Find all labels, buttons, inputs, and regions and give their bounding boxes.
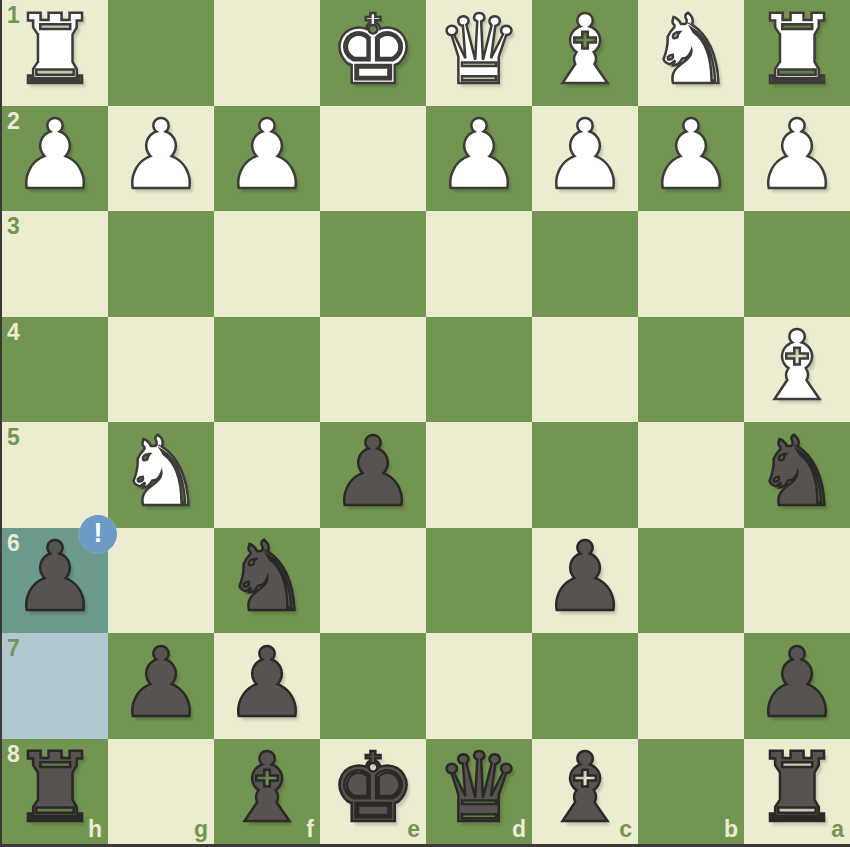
file-label-g: g <box>194 818 208 841</box>
piece-white-knight[interactable]: ♞ <box>638 0 744 103</box>
square-c8[interactable]: c♝ <box>532 739 638 845</box>
piece-white-bishop[interactable]: ♝ <box>744 314 850 420</box>
square-f1[interactable] <box>214 0 320 106</box>
square-d5[interactable] <box>426 422 532 528</box>
rank-label-4: 4 <box>7 321 20 344</box>
square-e1[interactable]: ♚ <box>320 0 426 106</box>
square-a3[interactable] <box>744 211 850 317</box>
square-e7[interactable] <box>320 633 426 739</box>
square-e5[interactable]: ♟ <box>320 422 426 528</box>
exclamation-icon: ! <box>94 520 103 547</box>
square-c1[interactable]: ♝ <box>532 0 638 106</box>
piece-black-pawn[interactable]: ♟ <box>320 419 426 525</box>
piece-black-knight[interactable]: ♞ <box>744 419 850 525</box>
square-h3[interactable]: 3 <box>2 211 108 317</box>
square-f4[interactable] <box>214 317 320 423</box>
square-d3[interactable] <box>426 211 532 317</box>
square-b5[interactable] <box>638 422 744 528</box>
square-g3[interactable] <box>108 211 214 317</box>
rank-label-3: 3 <box>7 215 20 238</box>
square-h1[interactable]: 1♜ <box>2 0 108 106</box>
square-g8[interactable]: g <box>108 739 214 845</box>
square-a6[interactable] <box>744 528 850 634</box>
square-a4[interactable]: ♝ <box>744 317 850 423</box>
square-h8[interactable]: 8h♜ <box>2 739 108 845</box>
square-a7[interactable]: ♟ <box>744 633 850 739</box>
piece-black-pawn[interactable]: ♟ <box>744 630 850 736</box>
square-a1[interactable]: ♜ <box>744 0 850 106</box>
piece-white-pawn[interactable]: ♟ <box>2 103 108 209</box>
square-c2[interactable]: ♟ <box>532 106 638 212</box>
square-b2[interactable]: ♟ <box>638 106 744 212</box>
square-e8[interactable]: e♚ <box>320 739 426 845</box>
piece-black-pawn[interactable]: ♟ <box>108 630 214 736</box>
piece-white-rook[interactable]: ♜ <box>2 0 108 103</box>
piece-white-queen[interactable]: ♛ <box>426 0 532 103</box>
piece-black-queen[interactable]: ♛ <box>426 736 532 842</box>
square-d6[interactable] <box>426 528 532 634</box>
piece-white-rook[interactable]: ♜ <box>744 0 850 103</box>
piece-white-bishop[interactable]: ♝ <box>532 0 638 103</box>
square-b1[interactable]: ♞ <box>638 0 744 106</box>
rank-label-7: 7 <box>7 637 20 660</box>
piece-white-pawn[interactable]: ♟ <box>108 103 214 209</box>
square-h2[interactable]: 2♟ <box>2 106 108 212</box>
square-e4[interactable] <box>320 317 426 423</box>
square-f7[interactable]: ♟ <box>214 633 320 739</box>
square-g6[interactable] <box>108 528 214 634</box>
piece-black-pawn[interactable]: ♟ <box>214 630 320 736</box>
great-move-badge: ! <box>79 515 117 553</box>
piece-black-king[interactable]: ♚ <box>320 736 426 842</box>
file-label-b: b <box>724 818 738 841</box>
piece-black-rook[interactable]: ♜ <box>744 736 850 842</box>
square-e6[interactable] <box>320 528 426 634</box>
square-c5[interactable] <box>532 422 638 528</box>
square-a5[interactable]: ♞ <box>744 422 850 528</box>
piece-white-pawn[interactable]: ♟ <box>744 103 850 209</box>
square-d8[interactable]: d♛ <box>426 739 532 845</box>
piece-white-pawn[interactable]: ♟ <box>426 103 532 209</box>
square-b4[interactable] <box>638 317 744 423</box>
square-b3[interactable] <box>638 211 744 317</box>
square-e3[interactable] <box>320 211 426 317</box>
square-f3[interactable] <box>214 211 320 317</box>
rank-label-5: 5 <box>7 426 20 449</box>
square-g2[interactable]: ♟ <box>108 106 214 212</box>
piece-black-pawn[interactable]: ♟ <box>532 525 638 631</box>
square-c6[interactable]: ♟ <box>532 528 638 634</box>
square-h7[interactable]: 7 <box>2 633 108 739</box>
square-d4[interactable] <box>426 317 532 423</box>
piece-white-pawn[interactable]: ♟ <box>532 103 638 209</box>
square-c4[interactable] <box>532 317 638 423</box>
square-h5[interactable]: 5 <box>2 422 108 528</box>
square-f6[interactable]: ♞ <box>214 528 320 634</box>
square-g5[interactable]: ♞ <box>108 422 214 528</box>
square-g4[interactable] <box>108 317 214 423</box>
square-a8[interactable]: a♜ <box>744 739 850 845</box>
square-a2[interactable]: ♟ <box>744 106 850 212</box>
square-f8[interactable]: f♝ <box>214 739 320 845</box>
square-g7[interactable]: ♟ <box>108 633 214 739</box>
square-c3[interactable] <box>532 211 638 317</box>
square-h4[interactable]: 4 <box>2 317 108 423</box>
square-g1[interactable] <box>108 0 214 106</box>
square-d1[interactable]: ♛ <box>426 0 532 106</box>
square-f5[interactable] <box>214 422 320 528</box>
square-b6[interactable] <box>638 528 744 634</box>
square-d7[interactable] <box>426 633 532 739</box>
square-b7[interactable] <box>638 633 744 739</box>
piece-white-king[interactable]: ♚ <box>320 0 426 103</box>
piece-black-bishop[interactable]: ♝ <box>532 736 638 842</box>
square-d2[interactable]: ♟ <box>426 106 532 212</box>
square-b8[interactable]: b <box>638 739 744 845</box>
piece-black-rook[interactable]: ♜ <box>2 736 108 842</box>
piece-black-bishop[interactable]: ♝ <box>214 736 320 842</box>
piece-black-knight[interactable]: ♞ <box>214 525 320 631</box>
piece-white-pawn[interactable]: ♟ <box>214 103 320 209</box>
square-e2[interactable] <box>320 106 426 212</box>
piece-white-knight[interactable]: ♞ <box>108 419 214 525</box>
piece-white-pawn[interactable]: ♟ <box>638 103 744 209</box>
square-f2[interactable]: ♟ <box>214 106 320 212</box>
square-c7[interactable] <box>532 633 638 739</box>
chess-board: 1♜♚♛♝♞♜2♟♟♟♟♟♟♟34♝5♞♟♞6♟♞♟7♟♟♟8h♜gf♝e♚d♛… <box>0 0 850 847</box>
